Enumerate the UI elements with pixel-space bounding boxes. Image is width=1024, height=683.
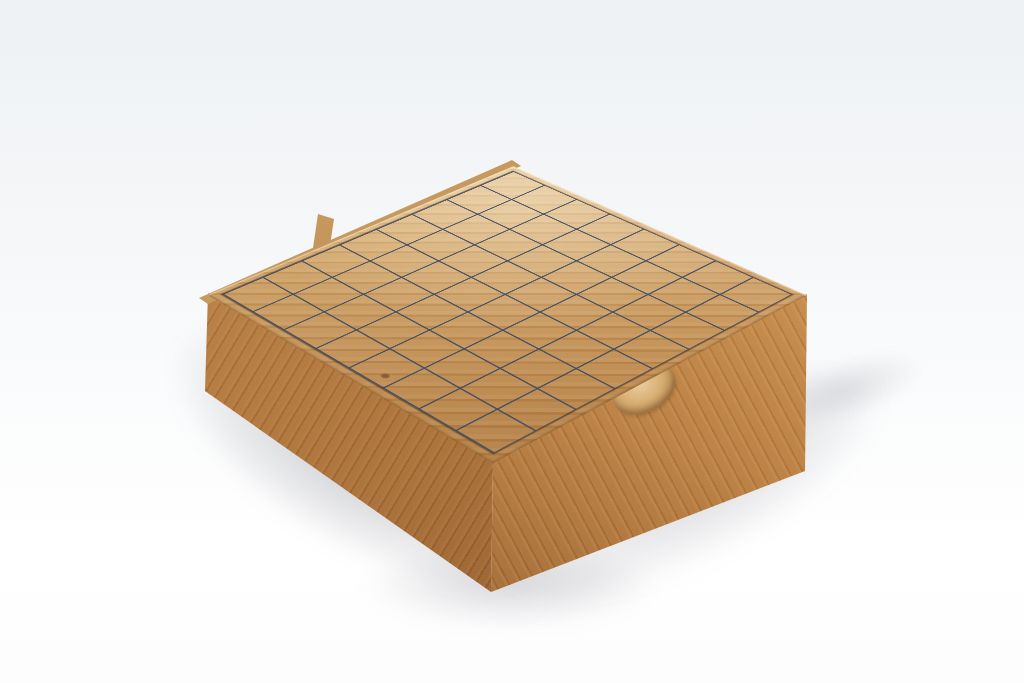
- photo-scene: [0, 0, 1024, 683]
